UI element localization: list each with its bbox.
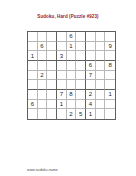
cell-r1c3 [47, 32, 57, 42]
cell-r2c6 [76, 42, 86, 52]
cell-r4c8 [96, 61, 106, 71]
cell-r7c5: 8 [67, 90, 77, 100]
cell-r6c7 [86, 80, 96, 90]
cell-r9c8 [96, 109, 106, 119]
cell-r6c4 [57, 80, 67, 90]
cell-r9c4 [57, 109, 67, 119]
cell-r6c8 [96, 80, 106, 90]
puzzle-title: Sudoku, Hard (Puzzle #923) [0, 14, 136, 19]
cell-r7c1 [28, 90, 38, 100]
cell-r6c3 [47, 80, 57, 90]
cell-r6c2 [38, 80, 48, 90]
cell-r4c7: 6 [86, 61, 96, 71]
cell-r8c6 [76, 100, 86, 110]
cell-r8c5 [67, 100, 77, 110]
cell-r7c6 [76, 90, 86, 100]
cell-r9c1 [28, 109, 38, 119]
cell-r8c3 [47, 100, 57, 110]
cell-r8c9 [105, 100, 115, 110]
cell-r4c6 [76, 61, 86, 71]
cell-r8c2 [38, 100, 48, 110]
cell-r2c1 [28, 42, 38, 52]
cell-r1c1 [28, 32, 38, 42]
cell-r2c3 [47, 42, 57, 52]
cell-r3c8 [96, 51, 106, 61]
cell-r4c3 [47, 61, 57, 71]
cell-r7c9: 1 [105, 90, 115, 100]
cell-r2c7 [86, 42, 96, 52]
cell-r5c9 [105, 71, 115, 81]
cell-r3c4: 3 [57, 51, 67, 61]
cell-r2c5: 1 [67, 42, 77, 52]
cell-r4c2 [38, 61, 48, 71]
cell-r8c1: 6 [28, 100, 38, 110]
cell-r2c8 [96, 42, 106, 52]
footer-url: www.sudoku.name [27, 168, 58, 172]
cell-r8c7: 4 [86, 100, 96, 110]
cell-r1c4 [57, 32, 67, 42]
cell-r6c1 [28, 80, 38, 90]
cell-r9c3 [47, 109, 57, 119]
cell-r3c3 [47, 51, 57, 61]
cell-r1c8 [96, 32, 106, 42]
cell-r1c2 [38, 32, 48, 42]
cell-r7c2 [38, 90, 48, 100]
cell-r3c1: 1 [28, 51, 38, 61]
cell-r9c2 [38, 109, 48, 119]
cell-r7c4: 7 [57, 90, 67, 100]
sudoku-board: 66191368277821614251 [27, 31, 116, 120]
cell-r3c7 [86, 51, 96, 61]
cell-r4c9: 8 [105, 61, 115, 71]
cell-r1c7 [86, 32, 96, 42]
cell-r1c5: 6 [67, 32, 77, 42]
cell-r1c6 [76, 32, 86, 42]
cell-r5c2: 2 [38, 71, 48, 81]
cell-r9c5: 2 [67, 109, 77, 119]
cell-r7c3 [47, 90, 57, 100]
cell-r7c7: 2 [86, 90, 96, 100]
cell-r6c9 [105, 80, 115, 90]
printable-page: Sudoku, Hard (Puzzle #923) 6619136827782… [0, 0, 136, 176]
cell-r3c5 [67, 51, 77, 61]
cell-r3c9 [105, 51, 115, 61]
cell-r2c2: 6 [38, 42, 48, 52]
cell-r3c2 [38, 51, 48, 61]
cell-r8c4: 1 [57, 100, 67, 110]
cell-r8c8 [96, 100, 106, 110]
cell-r5c5 [67, 71, 77, 81]
cell-r5c6 [76, 71, 86, 81]
cell-r6c5 [67, 80, 77, 90]
cell-r4c5 [67, 61, 77, 71]
cell-r5c3 [47, 71, 57, 81]
cell-r7c8 [96, 90, 106, 100]
cell-r9c6: 5 [76, 109, 86, 119]
cell-r5c7: 7 [86, 71, 96, 81]
cell-r2c9: 9 [105, 42, 115, 52]
cell-r1c9 [105, 32, 115, 42]
cell-r3c6 [76, 51, 86, 61]
cell-r9c9 [105, 109, 115, 119]
cell-r5c1 [28, 71, 38, 81]
cell-r5c8 [96, 71, 106, 81]
cell-r6c6 [76, 80, 86, 90]
cell-r4c4 [57, 61, 67, 71]
cell-r4c1 [28, 61, 38, 71]
cell-r9c7: 1 [86, 109, 96, 119]
cell-r5c4 [57, 71, 67, 81]
cell-r2c4 [57, 42, 67, 52]
